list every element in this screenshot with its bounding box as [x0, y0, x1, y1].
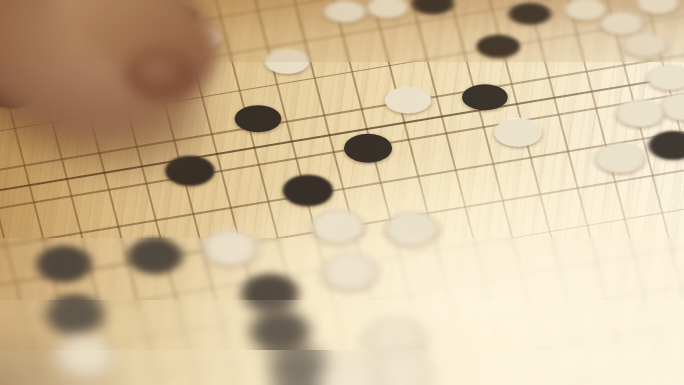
black-stone: ●: [33, 236, 94, 283]
white-stone: ●: [321, 0, 369, 24]
white-stone: ●: [316, 346, 384, 385]
white-stone: ●: [262, 44, 312, 75]
black-stone: ●: [459, 78, 511, 112]
white-stone: ●: [491, 111, 545, 148]
black-stone: ●: [473, 29, 523, 59]
black-stone: ●: [409, 0, 456, 15]
white-stone: ●: [382, 203, 441, 247]
white-stone: ●: [620, 28, 670, 58]
white-stone: ●: [364, 0, 412, 20]
white-stone: ●: [52, 324, 118, 380]
stones-layer: ●●●●●●●●●●●●●●●●●●●●●●●●●●●●●●●●●●●●●●●●: [0, 0, 684, 385]
black-stone: ●: [340, 127, 395, 165]
white-stone: ●: [592, 136, 648, 175]
black-stone: ●: [646, 124, 684, 162]
white-stone: ●: [382, 81, 435, 115]
black-stone: ●: [144, 58, 195, 90]
black-stone: ●: [231, 98, 285, 133]
black-stone: ●: [506, 0, 554, 26]
white-stone: ●: [319, 244, 381, 292]
black-stone: ●: [162, 148, 218, 188]
black-stone: ●: [125, 229, 186, 276]
black-stone: ●: [0, 76, 38, 110]
go-board-photo: ●●●●●●●●●●●●●●●●●●●●●●●●●●●●●●●●●●●●●●●●: [0, 0, 684, 385]
white-stone: ●: [175, 21, 224, 51]
